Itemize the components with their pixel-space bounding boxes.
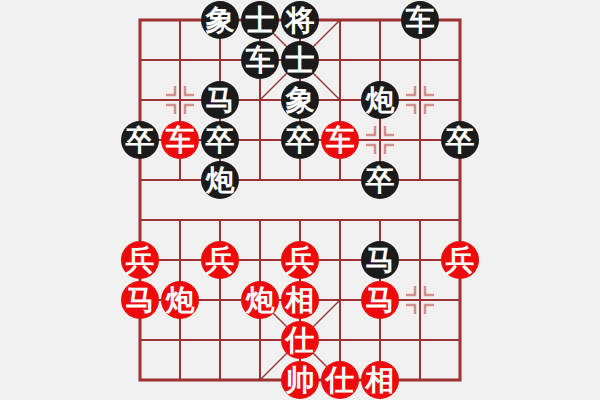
- red-advisor[interactable]: 仕: [281, 321, 319, 359]
- black-soldier[interactable]: 卒: [121, 121, 159, 159]
- red-soldier[interactable]: 兵: [121, 241, 159, 279]
- red-advisor[interactable]: 仕: [321, 361, 359, 399]
- red-general[interactable]: 帅: [281, 361, 319, 399]
- red-chariot[interactable]: 车: [321, 121, 359, 159]
- black-elephant[interactable]: 象: [281, 81, 319, 119]
- black-horse[interactable]: 马: [361, 241, 399, 279]
- red-horse[interactable]: 马: [121, 281, 159, 319]
- black-soldier[interactable]: 卒: [201, 121, 239, 159]
- xiangqi-board[interactable]: 象士将车车士马象炮卒车卒卒车卒炮卒兵兵兵马兵马炮炮相马仕帅仕相: [0, 0, 600, 400]
- red-horse[interactable]: 马: [361, 281, 399, 319]
- black-soldier[interactable]: 卒: [441, 121, 479, 159]
- black-horse[interactable]: 马: [201, 81, 239, 119]
- red-elephant[interactable]: 相: [281, 281, 319, 319]
- red-cannon[interactable]: 炮: [241, 281, 279, 319]
- black-elephant[interactable]: 象: [201, 1, 239, 39]
- red-elephant[interactable]: 相: [361, 361, 399, 399]
- black-cannon[interactable]: 炮: [361, 81, 399, 119]
- red-soldier[interactable]: 兵: [281, 241, 319, 279]
- black-general[interactable]: 将: [281, 1, 319, 39]
- black-advisor[interactable]: 士: [241, 1, 279, 39]
- black-chariot[interactable]: 车: [401, 1, 439, 39]
- red-soldier[interactable]: 兵: [201, 241, 239, 279]
- black-soldier[interactable]: 卒: [361, 161, 399, 199]
- red-soldier[interactable]: 兵: [441, 241, 479, 279]
- red-chariot[interactable]: 车: [161, 121, 199, 159]
- black-advisor[interactable]: 士: [281, 41, 319, 79]
- black-cannon[interactable]: 炮: [201, 161, 239, 199]
- black-chariot[interactable]: 车: [241, 41, 279, 79]
- red-cannon[interactable]: 炮: [161, 281, 199, 319]
- black-soldier[interactable]: 卒: [281, 121, 319, 159]
